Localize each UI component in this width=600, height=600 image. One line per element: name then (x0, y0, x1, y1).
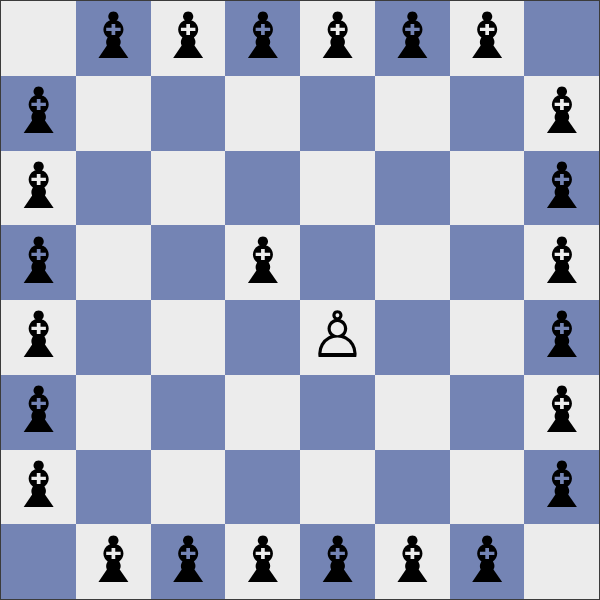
white-pawn[interactable]: ♙ (309, 303, 366, 367)
black-bishop[interactable]: ♝ (159, 4, 216, 68)
square-h3[interactable]: ♝ (524, 375, 599, 450)
square-a3[interactable]: ♝ (1, 375, 76, 450)
black-bishop[interactable]: ♝ (383, 4, 440, 68)
square-b6[interactable] (76, 151, 151, 226)
square-c5[interactable] (151, 225, 226, 300)
square-e2[interactable] (300, 450, 375, 525)
square-d3[interactable] (225, 375, 300, 450)
black-bishop[interactable]: ♝ (533, 378, 590, 442)
square-b1[interactable]: ♝ (76, 524, 151, 599)
black-bishop[interactable]: ♝ (309, 528, 366, 592)
square-f6[interactable] (375, 151, 450, 226)
square-e5[interactable] (300, 225, 375, 300)
square-a2[interactable]: ♝ (1, 450, 76, 525)
square-g7[interactable] (450, 76, 525, 151)
black-bishop[interactable]: ♝ (234, 4, 291, 68)
square-h8[interactable] (524, 1, 599, 76)
square-d8[interactable]: ♝ (225, 1, 300, 76)
square-d5[interactable]: ♝ (225, 225, 300, 300)
square-d6[interactable] (225, 151, 300, 226)
black-bishop[interactable]: ♝ (234, 229, 291, 293)
black-bishop[interactable]: ♝ (159, 528, 216, 592)
square-e7[interactable] (300, 76, 375, 151)
black-bishop[interactable]: ♝ (533, 79, 590, 143)
square-f8[interactable]: ♝ (375, 1, 450, 76)
square-c2[interactable] (151, 450, 226, 525)
black-bishop[interactable]: ♝ (10, 378, 67, 442)
square-g4[interactable] (450, 300, 525, 375)
square-d2[interactable] (225, 450, 300, 525)
square-e8[interactable]: ♝ (300, 1, 375, 76)
square-h5[interactable]: ♝ (524, 225, 599, 300)
square-e6[interactable] (300, 151, 375, 226)
chess-board: ♝♝♝♝♝♝♝♝♝♝♝♝♝♝♙♝♝♝♝♝♝♝♝♝♝♝ (0, 0, 600, 600)
square-c1[interactable]: ♝ (151, 524, 226, 599)
black-bishop[interactable]: ♝ (383, 528, 440, 592)
black-bishop[interactable]: ♝ (10, 453, 67, 517)
black-bishop[interactable]: ♝ (84, 528, 141, 592)
black-bishop[interactable]: ♝ (533, 303, 590, 367)
square-d1[interactable]: ♝ (225, 524, 300, 599)
square-b7[interactable] (76, 76, 151, 151)
square-b8[interactable]: ♝ (76, 1, 151, 76)
square-b3[interactable] (76, 375, 151, 450)
black-bishop[interactable]: ♝ (458, 4, 515, 68)
square-b5[interactable] (76, 225, 151, 300)
black-bishop[interactable]: ♝ (533, 154, 590, 218)
square-c7[interactable] (151, 76, 226, 151)
square-f1[interactable]: ♝ (375, 524, 450, 599)
square-c8[interactable]: ♝ (151, 1, 226, 76)
square-g8[interactable]: ♝ (450, 1, 525, 76)
square-f2[interactable] (375, 450, 450, 525)
square-a1[interactable] (1, 524, 76, 599)
black-bishop[interactable]: ♝ (10, 229, 67, 293)
square-g2[interactable] (450, 450, 525, 525)
square-g6[interactable] (450, 151, 525, 226)
square-a7[interactable]: ♝ (1, 76, 76, 151)
square-f7[interactable] (375, 76, 450, 151)
square-c4[interactable] (151, 300, 226, 375)
square-a6[interactable]: ♝ (1, 151, 76, 226)
square-h4[interactable]: ♝ (524, 300, 599, 375)
square-h1[interactable] (524, 524, 599, 599)
square-g5[interactable] (450, 225, 525, 300)
black-bishop[interactable]: ♝ (10, 303, 67, 367)
square-h2[interactable]: ♝ (524, 450, 599, 525)
square-a8[interactable] (1, 1, 76, 76)
square-d7[interactable] (225, 76, 300, 151)
black-bishop[interactable]: ♝ (10, 154, 67, 218)
square-b2[interactable] (76, 450, 151, 525)
square-g1[interactable]: ♝ (450, 524, 525, 599)
black-bishop[interactable]: ♝ (533, 453, 590, 517)
square-h6[interactable]: ♝ (524, 151, 599, 226)
square-b4[interactable] (76, 300, 151, 375)
square-a4[interactable]: ♝ (1, 300, 76, 375)
black-bishop[interactable]: ♝ (309, 4, 366, 68)
square-e3[interactable] (300, 375, 375, 450)
black-bishop[interactable]: ♝ (533, 229, 590, 293)
square-d4[interactable] (225, 300, 300, 375)
black-bishop[interactable]: ♝ (84, 4, 141, 68)
square-e4[interactable]: ♙ (300, 300, 375, 375)
square-e1[interactable]: ♝ (300, 524, 375, 599)
square-g3[interactable] (450, 375, 525, 450)
square-f4[interactable] (375, 300, 450, 375)
square-a5[interactable]: ♝ (1, 225, 76, 300)
square-h7[interactable]: ♝ (524, 76, 599, 151)
black-bishop[interactable]: ♝ (458, 528, 515, 592)
black-bishop[interactable]: ♝ (234, 528, 291, 592)
black-bishop[interactable]: ♝ (10, 79, 67, 143)
square-f5[interactable] (375, 225, 450, 300)
square-f3[interactable] (375, 375, 450, 450)
square-c3[interactable] (151, 375, 226, 450)
square-c6[interactable] (151, 151, 226, 226)
